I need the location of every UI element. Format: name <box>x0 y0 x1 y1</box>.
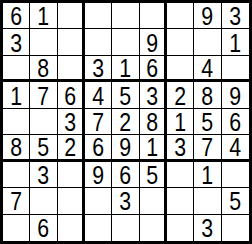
cell-r7c6[interactable]: 5 <box>140 162 167 188</box>
cell-r1c3[interactable] <box>58 3 85 29</box>
cell-r5c6[interactable]: 8 <box>140 109 167 135</box>
cell-r6c3[interactable]: 2 <box>58 135 85 161</box>
cell-r3c2[interactable]: 8 <box>30 56 57 82</box>
given-digit: 6 <box>10 3 22 29</box>
cell-r8c1[interactable]: 7 <box>3 188 30 214</box>
given-digit: 3 <box>120 188 132 214</box>
cell-r3c4[interactable]: 3 <box>85 56 112 82</box>
given-digit: 7 <box>10 188 22 214</box>
cell-r4c7[interactable]: 2 <box>167 82 194 108</box>
cell-r5c2[interactable] <box>30 109 57 135</box>
cell-r5c4[interactable]: 7 <box>85 109 112 135</box>
cell-r6c7[interactable]: 3 <box>167 135 194 161</box>
cell-r5c9[interactable]: 6 <box>222 109 249 135</box>
given-digit: 3 <box>92 56 104 81</box>
cell-r6c1[interactable]: 8 <box>3 135 30 161</box>
cell-r6c8[interactable]: 7 <box>194 135 221 161</box>
cell-r5c1[interactable] <box>3 109 30 135</box>
cell-r2c3[interactable] <box>58 29 85 55</box>
cell-r8c4[interactable] <box>85 188 112 214</box>
cell-r7c8[interactable]: 1 <box>194 162 221 188</box>
given-digit: 3 <box>64 109 76 135</box>
given-digit: 1 <box>174 109 186 135</box>
given-digit: 8 <box>10 135 22 160</box>
given-digit: 9 <box>229 82 241 108</box>
given-digit: 7 <box>202 135 214 160</box>
given-digit: 4 <box>202 56 214 81</box>
cell-r4c9[interactable]: 9 <box>222 82 249 108</box>
cell-r8c8[interactable] <box>194 188 221 214</box>
cell-r2c5[interactable] <box>112 29 139 55</box>
given-digit: 1 <box>10 82 22 108</box>
given-digit: 2 <box>120 109 132 135</box>
cell-r3c3[interactable] <box>58 56 85 82</box>
cell-r6c6[interactable]: 1 <box>140 135 167 161</box>
cell-r8c7[interactable] <box>167 188 194 214</box>
cell-r3c9[interactable] <box>222 56 249 82</box>
cell-r8c6[interactable] <box>140 188 167 214</box>
given-digit: 4 <box>229 135 241 160</box>
given-digit: 3 <box>38 162 50 188</box>
given-digit: 6 <box>92 135 104 160</box>
cell-r3c7[interactable] <box>167 56 194 82</box>
given-digit: 6 <box>146 56 158 81</box>
cell-r5c7[interactable]: 1 <box>167 109 194 135</box>
cell-r7c5[interactable]: 6 <box>112 162 139 188</box>
cell-r6c2[interactable]: 5 <box>30 135 57 161</box>
cell-r8c5[interactable]: 3 <box>112 188 139 214</box>
cell-r7c1[interactable] <box>3 162 30 188</box>
given-digit: 7 <box>92 109 104 135</box>
cell-r4c1[interactable]: 1 <box>3 82 30 108</box>
cell-r9c1[interactable] <box>3 215 30 241</box>
sudoku-board: 6193391831641764532893728156852691374396… <box>0 0 252 244</box>
given-digit: 3 <box>10 29 22 55</box>
cell-r1c8[interactable]: 9 <box>194 3 221 29</box>
cell-r2c9[interactable]: 1 <box>222 29 249 55</box>
cell-r2c7[interactable] <box>167 29 194 55</box>
given-digit: 1 <box>202 162 214 188</box>
cell-r9c5[interactable] <box>112 215 139 241</box>
cell-r7c3[interactable] <box>58 162 85 188</box>
cell-r4c6[interactable]: 3 <box>140 82 167 108</box>
cell-r4c3[interactable]: 6 <box>58 82 85 108</box>
cell-r7c9[interactable] <box>222 162 249 188</box>
given-digit: 5 <box>38 135 50 160</box>
given-digit: 8 <box>38 56 50 81</box>
cell-r1c6[interactable] <box>140 3 167 29</box>
given-digit: 3 <box>229 3 241 29</box>
cell-r9c3[interactable] <box>58 215 85 241</box>
given-digit: 6 <box>64 82 76 108</box>
given-digit: 7 <box>38 82 50 108</box>
cell-r4c4[interactable]: 4 <box>85 82 112 108</box>
given-digit: 9 <box>92 162 104 188</box>
cell-r9c8[interactable]: 3 <box>194 215 221 241</box>
cell-r1c4[interactable] <box>85 3 112 29</box>
cell-r9c4[interactable] <box>85 215 112 241</box>
cell-r5c5[interactable]: 2 <box>112 109 139 135</box>
cell-r2c1[interactable]: 3 <box>3 29 30 55</box>
cell-r2c4[interactable] <box>85 29 112 55</box>
cell-r1c5[interactable] <box>112 3 139 29</box>
given-digit: 1 <box>146 135 158 160</box>
given-digit: 6 <box>38 215 50 241</box>
cell-r3c6[interactable]: 6 <box>140 56 167 82</box>
given-digit: 1 <box>120 56 132 81</box>
cell-r2c6[interactable]: 9 <box>140 29 167 55</box>
cell-r4c2[interactable]: 7 <box>30 82 57 108</box>
cell-r8c2[interactable] <box>30 188 57 214</box>
cell-r4c8[interactable]: 8 <box>194 82 221 108</box>
cell-r8c3[interactable] <box>58 188 85 214</box>
cell-r7c2[interactable]: 3 <box>30 162 57 188</box>
given-digit: 1 <box>38 3 50 29</box>
cell-r9c9[interactable] <box>222 215 249 241</box>
cell-r1c2[interactable]: 1 <box>30 3 57 29</box>
given-digit: 3 <box>174 135 186 160</box>
cell-r9c6[interactable] <box>140 215 167 241</box>
given-digit: 1 <box>229 29 241 55</box>
given-digit: 2 <box>64 135 76 160</box>
cell-r8c9[interactable]: 5 <box>222 188 249 214</box>
cell-r3c8[interactable]: 4 <box>194 56 221 82</box>
cell-r6c9[interactable]: 4 <box>222 135 249 161</box>
cell-r2c8[interactable] <box>194 29 221 55</box>
given-digit: 6 <box>120 162 132 188</box>
given-digit: 9 <box>120 135 132 160</box>
given-digit: 5 <box>229 188 241 214</box>
cell-r9c7[interactable] <box>167 215 194 241</box>
given-digit: 9 <box>202 3 214 29</box>
given-digit: 2 <box>174 82 186 108</box>
given-digit: 5 <box>120 82 132 108</box>
given-digit: 6 <box>229 109 241 135</box>
cell-r1c7[interactable] <box>167 3 194 29</box>
cell-r3c5[interactable]: 1 <box>112 56 139 82</box>
cell-r5c8[interactable]: 5 <box>194 109 221 135</box>
given-digit: 3 <box>146 82 158 108</box>
cell-r6c5[interactable]: 9 <box>112 135 139 161</box>
given-digit: 3 <box>202 215 214 241</box>
given-digit: 8 <box>146 109 158 135</box>
cell-r7c4[interactable]: 9 <box>85 162 112 188</box>
cell-r7c7[interactable] <box>167 162 194 188</box>
given-digit: 8 <box>202 82 214 108</box>
cell-r1c9[interactable]: 3 <box>222 3 249 29</box>
cell-r3c1[interactable] <box>3 56 30 82</box>
cell-r1c1[interactable]: 6 <box>3 3 30 29</box>
cell-r9c2[interactable]: 6 <box>30 215 57 241</box>
cell-r6c4[interactable]: 6 <box>85 135 112 161</box>
given-digit: 5 <box>146 162 158 188</box>
cell-r2c2[interactable] <box>30 29 57 55</box>
given-digit: 4 <box>92 82 104 108</box>
cell-r5c3[interactable]: 3 <box>58 109 85 135</box>
given-digit: 5 <box>202 109 214 135</box>
cell-r4c5[interactable]: 5 <box>112 82 139 108</box>
given-digit: 9 <box>146 29 158 55</box>
